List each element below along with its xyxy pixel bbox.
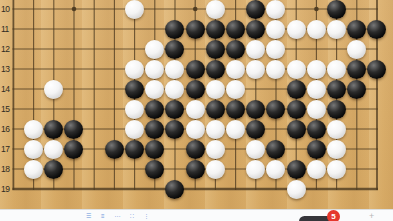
white-stone	[44, 80, 63, 99]
white-stone	[186, 100, 205, 119]
board-intersection[interactable]	[286, 59, 306, 79]
black-stone	[165, 180, 184, 199]
row-label-17: 17	[1, 144, 12, 154]
white-stone	[125, 120, 144, 139]
black-stone	[206, 40, 225, 59]
row-label-18: 18	[1, 164, 12, 174]
board-intersection[interactable]	[185, 59, 205, 79]
white-stone	[24, 160, 43, 179]
white-stone	[125, 0, 144, 19]
board-intersection[interactable]	[326, 159, 346, 179]
board-intersection[interactable]	[246, 99, 266, 119]
black-stone	[327, 80, 346, 99]
white-stone	[206, 160, 225, 179]
board-intersection[interactable]	[124, 0, 144, 19]
board-intersection[interactable]	[165, 59, 185, 79]
board-intersection[interactable]	[84, 119, 104, 139]
board-intersection[interactable]	[306, 0, 326, 19]
black-stone	[44, 120, 63, 139]
board-intersection[interactable]	[306, 139, 326, 159]
black-stone	[64, 120, 83, 139]
board-intersection[interactable]	[84, 19, 104, 39]
white-stone	[24, 120, 43, 139]
board-intersection[interactable]	[205, 19, 225, 39]
black-stone	[347, 80, 366, 99]
board-intersection[interactable]	[367, 159, 387, 179]
board-intersection[interactable]	[185, 99, 205, 119]
toolbar-glyphs[interactable]: ☰ ≡ ⋯ ∷ ⋮	[86, 212, 150, 220]
board-intersection[interactable]	[225, 139, 245, 159]
board-intersection[interactable]	[145, 139, 165, 159]
board-stones-grid	[3, 0, 387, 199]
board-intersection[interactable]	[367, 0, 387, 19]
board-intersection[interactable]	[266, 59, 286, 79]
board-intersection[interactable]	[165, 39, 185, 59]
black-stone	[327, 100, 346, 119]
black-stone	[226, 100, 245, 119]
board-intersection[interactable]	[246, 139, 266, 159]
board-intersection[interactable]	[23, 39, 43, 59]
board-intersection[interactable]	[266, 179, 286, 199]
board-intersection[interactable]	[23, 19, 43, 39]
board-intersection[interactable]	[23, 79, 43, 99]
board-intersection[interactable]	[185, 139, 205, 159]
white-stone	[206, 80, 225, 99]
board-intersection[interactable]	[286, 159, 306, 179]
board-intersection[interactable]	[246, 59, 266, 79]
black-stone	[165, 20, 184, 39]
board-intersection[interactable]	[225, 39, 245, 59]
board-intersection[interactable]	[205, 59, 225, 79]
board-intersection[interactable]	[225, 19, 245, 39]
board-intersection[interactable]	[306, 19, 326, 39]
black-stone	[186, 80, 205, 99]
board-intersection[interactable]	[124, 179, 144, 199]
board-intersection[interactable]	[326, 59, 346, 79]
row-label-10: 10	[1, 4, 12, 14]
black-stone	[287, 120, 306, 139]
board-intersection[interactable]	[346, 99, 366, 119]
row-label-13: 13	[1, 64, 12, 74]
white-stone	[307, 80, 326, 99]
board-intersection[interactable]	[225, 99, 245, 119]
white-stone	[266, 20, 285, 39]
white-stone	[287, 20, 306, 39]
board-intersection[interactable]	[23, 179, 43, 199]
board-intersection[interactable]	[124, 99, 144, 119]
white-stone	[266, 160, 285, 179]
board-intersection[interactable]	[44, 99, 64, 119]
board-intersection[interactable]	[185, 0, 205, 19]
board-intersection[interactable]	[286, 0, 306, 19]
board-intersection[interactable]	[266, 139, 286, 159]
notification-badge[interactable]: 5	[327, 210, 340, 221]
board-intersection[interactable]	[346, 119, 366, 139]
board-intersection[interactable]	[225, 59, 245, 79]
black-stone	[226, 40, 245, 59]
board-intersection[interactable]	[266, 79, 286, 99]
board-intersection[interactable]	[225, 119, 245, 139]
board-intersection[interactable]	[124, 39, 144, 59]
board-intersection[interactable]	[104, 39, 124, 59]
white-stone	[145, 80, 164, 99]
board-intersection[interactable]	[23, 139, 43, 159]
board-intersection[interactable]	[23, 159, 43, 179]
board-intersection[interactable]	[84, 59, 104, 79]
board-intersection[interactable]	[44, 119, 64, 139]
board-intersection[interactable]	[84, 99, 104, 119]
board-intersection[interactable]	[84, 39, 104, 59]
white-stone	[327, 20, 346, 39]
white-stone	[266, 60, 285, 79]
board-intersection[interactable]	[306, 119, 326, 139]
board-intersection[interactable]	[185, 79, 205, 99]
board-intersection[interactable]	[23, 0, 43, 19]
white-stone	[206, 120, 225, 139]
black-stone	[347, 20, 366, 39]
board-intersection[interactable]	[306, 99, 326, 119]
board-intersection[interactable]	[145, 159, 165, 179]
board-intersection[interactable]	[225, 159, 245, 179]
board-intersection[interactable]	[306, 39, 326, 59]
board-intersection[interactable]	[165, 159, 185, 179]
board-intersection[interactable]	[266, 39, 286, 59]
black-stone	[307, 140, 326, 159]
white-stone	[327, 160, 346, 179]
board-intersection[interactable]	[165, 79, 185, 99]
board-intersection[interactable]	[104, 0, 124, 19]
board-intersection[interactable]	[185, 19, 205, 39]
board-intersection[interactable]	[205, 139, 225, 159]
board-intersection[interactable]	[205, 79, 225, 99]
white-stone	[186, 120, 205, 139]
board-intersection[interactable]	[64, 19, 84, 39]
white-stone	[145, 60, 164, 79]
board-intersection[interactable]	[205, 99, 225, 119]
black-stone	[125, 80, 144, 99]
board-intersection[interactable]	[64, 139, 84, 159]
black-stone	[206, 20, 225, 39]
board-intersection[interactable]	[225, 79, 245, 99]
board-intersection[interactable]	[266, 99, 286, 119]
black-stone	[246, 120, 265, 139]
white-stone	[165, 80, 184, 99]
white-stone	[327, 60, 346, 79]
board-intersection[interactable]	[286, 79, 306, 99]
board-intersection[interactable]	[346, 19, 366, 39]
white-stone	[307, 100, 326, 119]
board-intersection[interactable]	[326, 19, 346, 39]
board-intersection[interactable]	[64, 79, 84, 99]
board-intersection[interactable]	[145, 59, 165, 79]
row-label-12: 12	[1, 44, 12, 54]
board-intersection[interactable]	[246, 19, 266, 39]
white-stone	[287, 60, 306, 79]
board-intersection[interactable]	[145, 19, 165, 39]
board-intersection[interactable]	[286, 119, 306, 139]
board-intersection[interactable]	[44, 139, 64, 159]
board-intersection[interactable]	[165, 179, 185, 199]
board-intersection[interactable]	[246, 0, 266, 19]
go-app-screen: 10111213141516171819 ☰ ≡ ⋯ ∷ ⋮ 5 +	[0, 0, 393, 221]
board-intersection[interactable]	[246, 79, 266, 99]
board-intersection[interactable]	[44, 79, 64, 99]
black-stone	[246, 20, 265, 39]
black-stone	[44, 160, 63, 179]
board-intersection[interactable]	[124, 59, 144, 79]
board-intersection[interactable]	[205, 39, 225, 59]
white-stone	[125, 100, 144, 119]
board-intersection[interactable]	[44, 39, 64, 59]
board-intersection[interactable]	[104, 179, 124, 199]
black-stone	[145, 140, 164, 159]
black-stone	[287, 100, 306, 119]
board-intersection[interactable]	[104, 79, 124, 99]
board-intersection[interactable]	[326, 179, 346, 199]
black-stone	[64, 140, 83, 159]
board-intersection[interactable]	[326, 0, 346, 19]
black-stone	[145, 120, 164, 139]
board-intersection[interactable]	[104, 19, 124, 39]
white-stone	[226, 120, 245, 139]
black-stone	[246, 100, 265, 119]
board-intersection[interactable]	[326, 139, 346, 159]
board-intersection[interactable]	[286, 179, 306, 199]
black-stone	[307, 120, 326, 139]
white-stone	[145, 40, 164, 59]
board-intersection[interactable]	[205, 179, 225, 199]
board-intersection[interactable]	[225, 179, 245, 199]
board-intersection[interactable]	[185, 179, 205, 199]
board-intersection[interactable]	[266, 159, 286, 179]
board-intersection[interactable]	[205, 159, 225, 179]
board-intersection[interactable]	[64, 159, 84, 179]
black-stone	[266, 140, 285, 159]
black-stone	[186, 140, 205, 159]
board-intersection[interactable]	[23, 59, 43, 79]
row-label-11: 11	[1, 24, 12, 34]
board-intersection[interactable]	[145, 0, 165, 19]
board-intersection[interactable]	[84, 0, 104, 19]
row-label-15: 15	[1, 104, 12, 114]
go-board[interactable]: 10111213141516171819	[0, 0, 393, 209]
board-intersection[interactable]	[306, 79, 326, 99]
white-stone	[226, 80, 245, 99]
board-intersection[interactable]	[367, 179, 387, 199]
board-intersection[interactable]	[23, 99, 43, 119]
board-intersection[interactable]	[185, 119, 205, 139]
board-intersection[interactable]	[286, 99, 306, 119]
board-intersection[interactable]	[84, 139, 104, 159]
board-intersection[interactable]	[165, 19, 185, 39]
board-intersection[interactable]	[185, 159, 205, 179]
board-intersection[interactable]	[145, 119, 165, 139]
black-stone	[165, 40, 184, 59]
board-intersection[interactable]	[346, 159, 366, 179]
board-intersection[interactable]	[266, 119, 286, 139]
board-intersection[interactable]	[64, 179, 84, 199]
board-intersection[interactable]	[44, 159, 64, 179]
black-stone	[165, 100, 184, 119]
board-intersection[interactable]	[306, 59, 326, 79]
black-stone	[145, 160, 164, 179]
board-intersection[interactable]	[367, 139, 387, 159]
board-intersection[interactable]	[346, 139, 366, 159]
board-intersection[interactable]	[44, 59, 64, 79]
board-intersection[interactable]	[306, 179, 326, 199]
black-stone	[186, 20, 205, 39]
board-intersection[interactable]	[44, 0, 64, 19]
board-intersection[interactable]	[205, 119, 225, 139]
black-stone	[186, 60, 205, 79]
board-intersection[interactable]	[346, 79, 366, 99]
white-stone	[327, 120, 346, 139]
board-intersection[interactable]	[266, 19, 286, 39]
board-intersection[interactable]	[145, 79, 165, 99]
board-intersection[interactable]	[326, 119, 346, 139]
board-intersection[interactable]	[64, 119, 84, 139]
board-intersection[interactable]	[64, 59, 84, 79]
board-intersection[interactable]	[64, 39, 84, 59]
black-stone	[367, 60, 386, 79]
board-intersection[interactable]	[165, 119, 185, 139]
white-stone	[327, 140, 346, 159]
white-stone	[307, 60, 326, 79]
board-intersection[interactable]	[326, 39, 346, 59]
board-intersection[interactable]	[84, 179, 104, 199]
board-intersection[interactable]	[84, 79, 104, 99]
board-intersection[interactable]	[44, 179, 64, 199]
board-intersection[interactable]	[165, 139, 185, 159]
board-intersection[interactable]	[367, 119, 387, 139]
bottom-toolbar: ☰ ≡ ⋯ ∷ ⋮ 5 +	[0, 209, 393, 221]
board-intersection[interactable]	[367, 59, 387, 79]
white-stone	[226, 60, 245, 79]
white-stone	[165, 60, 184, 79]
white-stone	[125, 60, 144, 79]
black-stone	[367, 20, 386, 39]
white-stone	[246, 60, 265, 79]
board-intersection[interactable]	[124, 119, 144, 139]
board-intersection[interactable]	[306, 159, 326, 179]
black-stone	[165, 120, 184, 139]
row-label-19: 19	[1, 184, 12, 194]
black-stone	[206, 100, 225, 119]
board-intersection[interactable]	[367, 99, 387, 119]
black-stone	[327, 0, 346, 19]
white-stone	[287, 180, 306, 199]
board-intersection[interactable]	[145, 179, 165, 199]
white-stone	[266, 0, 285, 19]
board-intersection[interactable]	[124, 79, 144, 99]
board-intersection[interactable]	[266, 0, 286, 19]
board-intersection[interactable]	[23, 119, 43, 139]
black-stone	[105, 140, 124, 159]
board-intersection[interactable]	[286, 19, 306, 39]
row-label-14: 14	[1, 84, 12, 94]
board-intersection[interactable]	[104, 99, 124, 119]
black-stone	[186, 160, 205, 179]
plus-icon[interactable]: +	[369, 211, 374, 221]
white-stone	[246, 40, 265, 59]
board-intersection[interactable]	[165, 99, 185, 119]
black-stone	[287, 160, 306, 179]
board-intersection[interactable]	[145, 99, 165, 119]
white-stone	[307, 20, 326, 39]
board-intersection[interactable]	[44, 19, 64, 39]
board-intersection[interactable]	[64, 99, 84, 119]
board-intersection[interactable]	[124, 19, 144, 39]
board-intersection[interactable]	[64, 0, 84, 19]
board-intersection[interactable]	[104, 59, 124, 79]
board-intersection[interactable]	[286, 139, 306, 159]
board-intersection[interactable]	[246, 179, 266, 199]
board-intersection[interactable]	[145, 39, 165, 59]
black-stone	[226, 20, 245, 39]
board-intersection[interactable]	[205, 0, 225, 19]
row-label-16: 16	[1, 124, 12, 134]
white-stone	[246, 140, 265, 159]
white-stone	[44, 140, 63, 159]
white-stone	[206, 0, 225, 19]
white-stone	[307, 160, 326, 179]
board-intersection[interactable]	[286, 39, 306, 59]
black-stone	[206, 60, 225, 79]
black-stone	[287, 80, 306, 99]
board-intersection[interactable]	[346, 59, 366, 79]
white-stone	[206, 140, 225, 159]
board-intersection[interactable]	[346, 0, 366, 19]
board-intersection[interactable]	[124, 159, 144, 179]
board-intersection[interactable]	[367, 19, 387, 39]
white-stone	[266, 40, 285, 59]
board-intersection[interactable]	[84, 159, 104, 179]
black-stone	[246, 0, 265, 19]
board-intersection[interactable]	[246, 159, 266, 179]
board-intersection[interactable]	[104, 119, 124, 139]
board-intersection[interactable]	[104, 139, 124, 159]
black-stone	[125, 140, 144, 159]
board-intersection[interactable]	[346, 179, 366, 199]
black-stone	[347, 60, 366, 79]
board-intersection[interactable]	[104, 159, 124, 179]
board-intersection[interactable]	[367, 79, 387, 99]
board-intersection[interactable]	[185, 39, 205, 59]
board-intersection[interactable]	[246, 119, 266, 139]
board-intersection[interactable]	[326, 79, 346, 99]
board-intersection[interactable]	[165, 0, 185, 19]
white-stone	[246, 160, 265, 179]
white-stone	[24, 140, 43, 159]
board-intersection[interactable]	[346, 39, 366, 59]
board-intersection[interactable]	[367, 39, 387, 59]
board-intersection[interactable]	[225, 0, 245, 19]
board-intersection[interactable]	[124, 139, 144, 159]
board-intersection[interactable]	[326, 99, 346, 119]
board-intersection[interactable]	[246, 39, 266, 59]
black-stone	[266, 100, 285, 119]
white-stone	[347, 40, 366, 59]
black-stone	[145, 100, 164, 119]
